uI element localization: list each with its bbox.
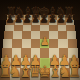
square-d4[interactable]: [31, 39, 40, 48]
white-pawn[interactable]: ♟: [40, 36, 50, 47]
square-g5[interactable]: [58, 31, 67, 39]
white-rook[interactable]: ♜: [68, 64, 80, 80]
square-h1[interactable]: ♜: [70, 68, 80, 80]
square-f4[interactable]: [49, 39, 58, 48]
chess-board: ♜♞♝♛♚♝♞♜♟♟♟♟♟♟♟♟♟♟♟♟♟♟♟♟♜♞♝♛♚♝♞♜: [0, 15, 80, 80]
square-a4[interactable]: [3, 39, 12, 48]
square-h5[interactable]: [67, 31, 76, 39]
square-f5[interactable]: [49, 31, 58, 39]
square-e4[interactable]: ♟: [40, 39, 49, 48]
board-rank-1: ♜♞♝♛♚♝♞♜: [0, 68, 80, 80]
black-pawn[interactable]: ♟: [65, 14, 74, 24]
square-h4[interactable]: [68, 39, 77, 48]
square-b4[interactable]: [12, 39, 21, 48]
square-g4[interactable]: [58, 39, 67, 48]
square-c4[interactable]: [22, 39, 31, 48]
square-c5[interactable]: [22, 31, 31, 39]
square-a5[interactable]: [4, 31, 13, 39]
square-d5[interactable]: [31, 31, 40, 39]
square-b5[interactable]: [13, 31, 22, 39]
board-rank-4: ♟: [3, 39, 77, 48]
chess-app-screen: ♜♞♝♛♚♝♞♜♟♟♟♟♟♟♟♟♟♟♟♟♟♟♟♟♜♞♝♛♚♝♞♜: [0, 0, 80, 80]
